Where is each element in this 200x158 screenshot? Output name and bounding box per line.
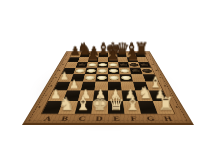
rank-label-left-2: 2 [43,94,48,97]
rank-label-left-5: 5 [58,70,61,72]
square-a4: ♟ [58,74,73,81]
light-checker-disc [109,63,118,66]
file-label-c: C [78,115,87,121]
square-f1: ♝ [123,101,141,114]
square-d2: ♟ [93,90,108,101]
light-checker-disc [86,69,96,73]
wooden-chess-board: ABCDEFGH 87654321 ♟♞♟♝♚♛♝♜♟♟♟♟♟♝♟♟♟♟♟♞♟♞… [22,51,194,125]
light-king-piece: ♚ [92,95,108,113]
square-b2 [63,90,81,101]
bottom-file-labels: ABCDEFGH [37,114,179,123]
light-checker-disc [121,76,132,80]
rank-label-left-6: 6 [61,64,64,66]
rank-label-left-7: 7 [64,59,67,61]
light-checker-disc [84,76,95,80]
product-photo-scene: ABCDEFGH 87654321 ♟♞♟♝♚♛♝♜♟♟♟♟♟♝♟♟♟♟♟♞♟♞… [0,0,200,158]
board-frame: ABCDEFGH 87654321 ♟♞♟♝♚♛♝♜♟♟♟♟♟♝♟♟♟♟♟♞♟♞… [22,51,194,125]
file-label-f: F [130,115,138,121]
rank-label-left-3: 3 [49,84,53,87]
square-d4 [95,74,108,81]
square-b1: ♞ [58,101,78,114]
square-e4 [108,74,121,81]
light-pawn-piece: ♟ [95,88,106,100]
board-position-wrapper: ABCDEFGH 87654321 ♟♞♟♝♚♛♝♜♟♟♟♟♟♝♟♟♟♟♟♞♟♞… [22,0,194,125]
dark-checker-disc [139,63,149,66]
square-c7: ♟ [88,57,99,62]
dark-checker-disc [119,63,128,66]
file-label-a: A [43,115,53,121]
light-pawn-piece: ♟ [80,88,91,100]
dark-checker-disc [142,69,153,73]
light-knight-piece: ♞ [58,95,74,113]
square-b4 [70,74,84,81]
square-e3 [108,82,122,91]
dark-checker-disc [131,69,141,73]
rank-label-right-8: 8 [147,54,150,55]
rank-label-right-6: 6 [152,64,155,66]
dark-checker-disc [77,63,87,66]
square-e1: ♛ [108,101,125,114]
file-label-h: H [163,115,174,121]
rank-label-right-3: 3 [163,84,167,87]
square-d3 [94,82,108,91]
light-pawn-piece: ♟ [110,88,121,100]
light-bishop-piece: ♝ [75,95,91,113]
square-c4 [83,74,96,81]
file-label-d: D [95,115,103,121]
square-c1: ♝ [75,101,93,114]
light-checker-disc [98,69,108,73]
file-label-g: G [146,115,156,121]
square-c2: ♟ [78,90,94,101]
rank-label-left-1: 1 [37,105,42,109]
rank-label-right-2: 2 [168,94,173,97]
rank-label-left-8: 8 [67,54,70,55]
square-e2: ♟ [108,90,123,101]
rank-label-left-4: 4 [54,77,58,79]
file-label-b: B [61,115,70,121]
square-d1: ♚ [91,101,108,114]
rank-label-right-1: 1 [174,105,179,109]
rank-label-right-5: 5 [155,70,158,72]
light-checker-disc [120,69,130,73]
light-checker-disc [75,69,85,73]
light-queen-piece: ♛ [108,95,124,113]
dark-checker-disc [129,63,139,66]
rank-label-right-4: 4 [159,77,163,79]
light-checker-disc [88,63,97,66]
light-checker-disc [97,76,107,80]
light-checker-disc [109,69,119,73]
square-d7 [98,57,108,62]
light-checker-disc [109,76,119,80]
light-checker-disc [98,63,107,66]
square-c3 [81,82,96,91]
rank-label-right-7: 7 [149,59,152,61]
file-label-e: E [113,115,120,121]
